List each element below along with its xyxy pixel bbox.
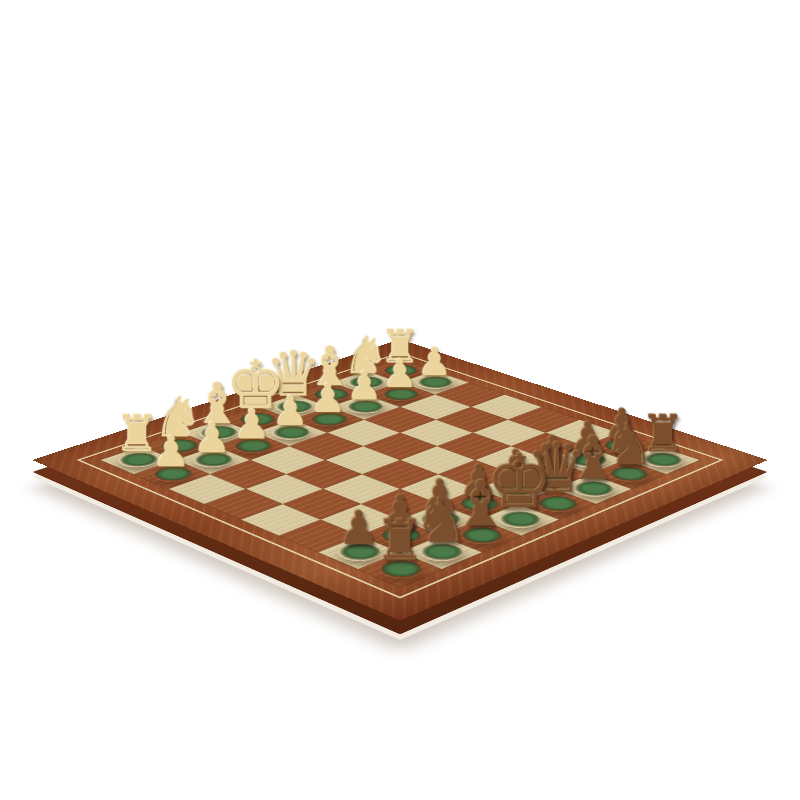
square-a6[interactable] <box>546 420 619 447</box>
piece-glyph: ♟ <box>193 404 312 445</box>
square-d1[interactable]: ♛ <box>258 395 329 420</box>
square-b2[interactable]: ♟ <box>365 382 435 406</box>
square-b5[interactable] <box>473 420 546 447</box>
felt-base <box>152 436 205 456</box>
square-f1[interactable]: ♝ <box>181 420 254 447</box>
piece-glyph: ♜ <box>345 324 454 369</box>
piece-glyph: ♝ <box>159 375 276 431</box>
square-d3[interactable] <box>327 420 400 447</box>
square-d7[interactable]: ♟ <box>477 474 554 504</box>
felt-base <box>375 386 425 404</box>
piece-glyph: ♞ <box>119 390 238 445</box>
piece-glyph: ♟ <box>528 417 648 459</box>
scene: ♜♟♟♜♞♟♟♞♝♟♟♝♛♟♟♛♚♟♟♚♝♟♟♝♞♟♟♞♜♟♟♜ <box>0 0 800 800</box>
piece-glyph: ♟ <box>308 366 422 406</box>
square-e5[interactable] <box>362 460 438 489</box>
square-a7[interactable]: ♟ <box>585 433 659 460</box>
square-e4[interactable] <box>325 446 400 474</box>
piece-glyph: ♛ <box>237 343 351 406</box>
square-b3[interactable] <box>400 395 471 420</box>
felt-base <box>192 423 244 442</box>
square-c5[interactable] <box>437 433 511 460</box>
felt-base <box>339 398 390 416</box>
felt-base <box>305 386 355 404</box>
square-b6[interactable] <box>511 433 585 460</box>
square-d5[interactable] <box>400 446 475 474</box>
square-g1[interactable]: ♞ <box>141 433 215 460</box>
square-d4[interactable] <box>363 433 437 460</box>
felt-base <box>268 398 319 416</box>
square-c1[interactable]: ♝ <box>295 382 365 406</box>
piece-glyph: ♟ <box>270 378 385 418</box>
felt-base <box>341 374 391 391</box>
square-e3[interactable] <box>289 433 363 460</box>
piece-glyph: ♜ <box>603 409 723 459</box>
square-f2[interactable]: ♟ <box>215 433 289 460</box>
square-c4[interactable] <box>400 420 473 447</box>
felt-base <box>265 423 317 442</box>
felt-base <box>488 478 544 499</box>
square-c2[interactable]: ♟ <box>329 395 400 420</box>
square-a5[interactable] <box>508 407 580 433</box>
square-a3[interactable] <box>435 382 505 406</box>
square-a1[interactable]: ♜ <box>366 359 434 382</box>
piece-glyph: ♟ <box>344 354 456 393</box>
piece-glyph: ♟ <box>152 417 272 459</box>
felt-base <box>226 436 279 456</box>
felt-base <box>302 410 354 429</box>
piece-glyph: ♝ <box>274 339 386 393</box>
square-d2[interactable]: ♟ <box>292 407 364 433</box>
square-e2[interactable]: ♟ <box>254 420 327 447</box>
piece-glyph: ♟ <box>563 404 682 445</box>
square-c3[interactable] <box>364 407 436 433</box>
square-e1[interactable]: ♚ <box>220 407 292 433</box>
page: { "game": "chess", "position": { "fen": … <box>0 0 800 800</box>
piece-glyph: ♚ <box>198 351 313 418</box>
felt-base <box>376 363 425 380</box>
square-a4[interactable] <box>471 395 542 420</box>
square-a2[interactable]: ♟ <box>400 371 469 395</box>
piece-glyph: ♜ <box>77 409 197 459</box>
felt-base <box>230 410 282 429</box>
piece-glyph: ♟ <box>232 391 349 432</box>
square-b1[interactable]: ♞ <box>331 371 400 395</box>
felt-base <box>595 436 648 456</box>
piece-glyph: ♟ <box>379 343 490 382</box>
piece-glyph: ♞ <box>310 330 421 382</box>
chess-board: ♜♟♟♜♞♟♟♞♝♟♟♝♛♟♟♛♚♟♟♚♝♟♟♝♞♟♟♞♜♟♟♜ <box>32 339 767 620</box>
square-b4[interactable] <box>436 407 508 433</box>
felt-base <box>410 374 460 391</box>
